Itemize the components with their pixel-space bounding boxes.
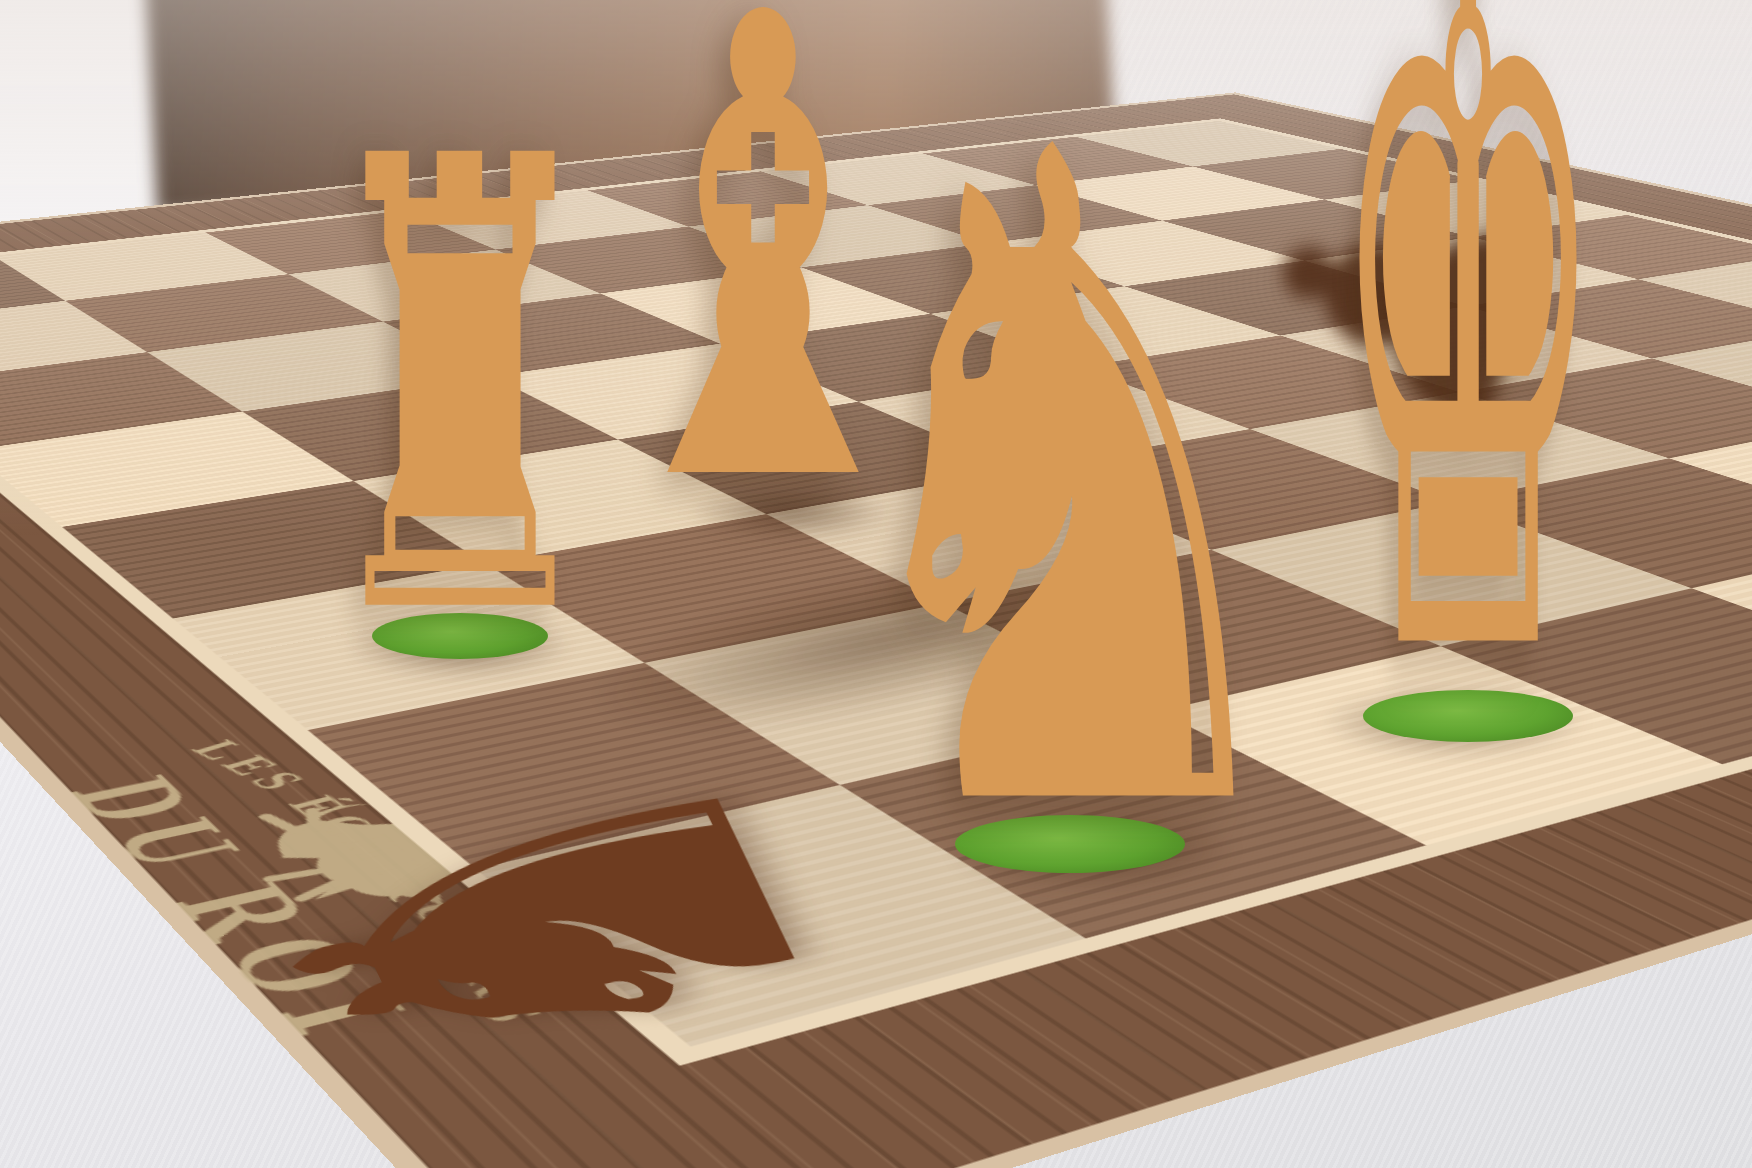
- white-rook: ♜: [309, 79, 610, 701]
- white-king: ♚: [1329, 0, 1607, 796]
- white-knight: ♞: [814, 37, 1326, 933]
- scene: LES ÉCHIQUIERS DU ROI ♟ ♝ ♜ ♞ ♞ ♚: [0, 0, 1752, 1168]
